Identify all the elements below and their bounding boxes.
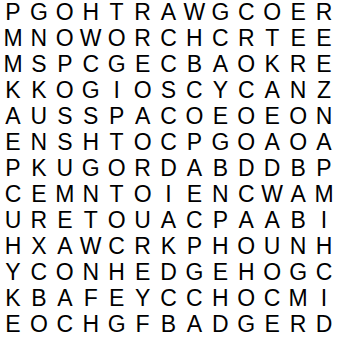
grid-cell-r3c5[interactable]: G (104, 52, 130, 78)
grid-cell-r6c10[interactable]: O (233, 130, 259, 156)
grid-cell-r1c6[interactable]: R (130, 0, 156, 26)
grid-cell-r2c7[interactable]: C (156, 26, 182, 52)
grid-cell-r4c13[interactable]: Z (311, 78, 337, 104)
grid-cell-r8c3[interactable]: M (52, 181, 78, 207)
grid-cell-r11c12[interactable]: G (285, 259, 311, 285)
grid-cell-r12c11[interactable]: C (259, 285, 285, 311)
grid-cell-r13c13[interactable]: D (311, 311, 337, 337)
grid-cell-r13c1[interactable]: E (0, 311, 26, 337)
grid-cell-r2c8[interactable]: H (181, 26, 207, 52)
grid-cell-r2c9[interactable]: C (207, 26, 233, 52)
grid-cell-r6c2[interactable]: N (26, 130, 52, 156)
grid-cell-r4c4[interactable]: G (78, 78, 104, 104)
grid-cell-r10c13[interactable]: H (311, 233, 337, 259)
grid-cell-r13c12[interactable]: R (285, 311, 311, 337)
grid-cell-r10c12[interactable]: N (285, 233, 311, 259)
grid-cell-r12c10[interactable]: O (233, 285, 259, 311)
grid-cell-r6c13[interactable]: A (311, 130, 337, 156)
grid-cell-r11c11[interactable]: O (259, 259, 285, 285)
grid-cell-r12c4[interactable]: F (78, 285, 104, 311)
grid-cell-r11c3[interactable]: O (52, 259, 78, 285)
grid-cell-r11c10[interactable]: H (233, 259, 259, 285)
grid-cell-r10c7[interactable]: K (156, 233, 182, 259)
grid-cell-r7c8[interactable]: A (181, 156, 207, 182)
grid-cell-r13c7[interactable]: B (156, 311, 182, 337)
grid-cell-r9c13[interactable]: I (311, 207, 337, 233)
grid-cell-r2c4[interactable]: W (78, 26, 104, 52)
grid-cell-r8c2[interactable]: E (26, 181, 52, 207)
grid-cell-r13c2[interactable]: O (26, 311, 52, 337)
word-search-grid: PGOHTRAWGCOERMNOWORCHCRTEEMSPCGECBAOKREK… (0, 0, 337, 337)
grid-cell-r13c4[interactable]: H (78, 311, 104, 337)
grid-cell-r9c2[interactable]: R (26, 207, 52, 233)
grid-cell-r13c8[interactable]: A (181, 311, 207, 337)
grid-cell-r5c12[interactable]: O (285, 104, 311, 130)
grid-cell-r12c5[interactable]: E (104, 285, 130, 311)
grid-cell-r1c11[interactable]: O (259, 0, 285, 26)
grid-cell-r13c6[interactable]: F (130, 311, 156, 337)
grid-cell-r1c4[interactable]: H (78, 0, 104, 26)
grid-cell-r9c5[interactable]: O (104, 207, 130, 233)
grid-cell-r4c11[interactable]: A (259, 78, 285, 104)
grid-cell-r6c11[interactable]: A (259, 130, 285, 156)
grid-cell-r7c4[interactable]: G (78, 156, 104, 182)
grid-cell-r9c7[interactable]: A (156, 207, 182, 233)
grid-cell-r6c4[interactable]: H (78, 130, 104, 156)
grid-cell-r2c10[interactable]: R (233, 26, 259, 52)
grid-cell-r13c3[interactable]: C (52, 311, 78, 337)
grid-cell-r6c9[interactable]: G (207, 130, 233, 156)
grid-cell-r13c9[interactable]: D (207, 311, 233, 337)
grid-cell-r3c3[interactable]: P (52, 52, 78, 78)
grid-cell-r5c10[interactable]: O (233, 104, 259, 130)
grid-cell-r11c6[interactable]: E (130, 259, 156, 285)
grid-cell-r9c9[interactable]: P (207, 207, 233, 233)
grid-cell-r8c11[interactable]: W (259, 181, 285, 207)
grid-cell-r7c5[interactable]: O (104, 156, 130, 182)
grid-cell-r3c11[interactable]: K (259, 52, 285, 78)
grid-cell-r1c7[interactable]: A (156, 0, 182, 26)
grid-cell-r7c1[interactable]: P (0, 156, 26, 182)
grid-cell-r11c9[interactable]: E (207, 259, 233, 285)
grid-cell-r11c5[interactable]: H (104, 259, 130, 285)
grid-cell-r11c1[interactable]: Y (0, 259, 26, 285)
grid-cell-r8c6[interactable]: O (130, 181, 156, 207)
grid-cell-r12c13[interactable]: I (311, 285, 337, 311)
grid-cell-r6c6[interactable]: O (130, 130, 156, 156)
grid-cell-r7c13[interactable]: P (311, 156, 337, 182)
grid-cell-r2c13[interactable]: E (311, 26, 337, 52)
grid-cell-r2c12[interactable]: E (285, 26, 311, 52)
grid-cell-r12c1[interactable]: K (0, 285, 26, 311)
grid-cell-r7c6[interactable]: R (130, 156, 156, 182)
grid-cell-r8c5[interactable]: T (104, 181, 130, 207)
grid-cell-r12c2[interactable]: B (26, 285, 52, 311)
grid-cell-r5c3[interactable]: S (52, 104, 78, 130)
grid-cell-r2c11[interactable]: T (259, 26, 285, 52)
grid-cell-r5c5[interactable]: P (104, 104, 130, 130)
grid-cell-r10c5[interactable]: C (104, 233, 130, 259)
grid-cell-r8c4[interactable]: N (78, 181, 104, 207)
grid-cell-r5c4[interactable]: S (78, 104, 104, 130)
grid-cell-r2c1[interactable]: M (0, 26, 26, 52)
grid-cell-r13c11[interactable]: E (259, 311, 285, 337)
grid-cell-r3c13[interactable]: E (311, 52, 337, 78)
grid-cell-r8c7[interactable]: I (156, 181, 182, 207)
grid-cell-r10c10[interactable]: O (233, 233, 259, 259)
grid-cell-r6c8[interactable]: P (181, 130, 207, 156)
grid-cell-r4c3[interactable]: O (52, 78, 78, 104)
grid-cell-r5c13[interactable]: N (311, 104, 337, 130)
grid-cell-r10c8[interactable]: P (181, 233, 207, 259)
grid-cell-r2c6[interactable]: R (130, 26, 156, 52)
grid-cell-r2c3[interactable]: O (52, 26, 78, 52)
grid-cell-r1c2[interactable]: G (26, 0, 52, 26)
grid-cell-r9c6[interactable]: U (130, 207, 156, 233)
grid-cell-r4c1[interactable]: K (0, 78, 26, 104)
grid-cell-r5c7[interactable]: C (156, 104, 182, 130)
grid-cell-r11c13[interactable]: C (311, 259, 337, 285)
grid-cell-r3c2[interactable]: S (26, 52, 52, 78)
grid-cell-r1c3[interactable]: O (52, 0, 78, 26)
grid-cell-r7c7[interactable]: D (156, 156, 182, 182)
grid-cell-r9c3[interactable]: E (52, 207, 78, 233)
grid-cell-r9c8[interactable]: C (181, 207, 207, 233)
grid-cell-r7c11[interactable]: D (259, 156, 285, 182)
grid-cell-r5c11[interactable]: E (259, 104, 285, 130)
grid-cell-r11c4[interactable]: N (78, 259, 104, 285)
grid-cell-r8c9[interactable]: N (207, 181, 233, 207)
grid-cell-r13c5[interactable]: G (104, 311, 130, 337)
grid-cell-r12c9[interactable]: H (207, 285, 233, 311)
grid-cell-r8c1[interactable]: C (0, 181, 26, 207)
grid-cell-r6c3[interactable]: S (52, 130, 78, 156)
grid-cell-r5c9[interactable]: E (207, 104, 233, 130)
grid-cell-r7c12[interactable]: B (285, 156, 311, 182)
grid-cell-r1c9[interactable]: G (207, 0, 233, 26)
grid-cell-r11c7[interactable]: D (156, 259, 182, 285)
grid-cell-r4c12[interactable]: N (285, 78, 311, 104)
grid-cell-r7c10[interactable]: D (233, 156, 259, 182)
grid-cell-r3c10[interactable]: O (233, 52, 259, 78)
grid-cell-r8c8[interactable]: E (181, 181, 207, 207)
grid-cell-r1c1[interactable]: P (0, 0, 26, 26)
grid-cell-r13c10[interactable]: G (233, 311, 259, 337)
grid-cell-r12c6[interactable]: Y (130, 285, 156, 311)
grid-cell-r8c13[interactable]: M (311, 181, 337, 207)
grid-cell-r4c6[interactable]: O (130, 78, 156, 104)
grid-cell-r6c12[interactable]: O (285, 130, 311, 156)
grid-cell-r3c6[interactable]: E (130, 52, 156, 78)
grid-cell-r5c6[interactable]: A (130, 104, 156, 130)
grid-cell-r9c4[interactable]: T (78, 207, 104, 233)
grid-cell-r9c12[interactable]: B (285, 207, 311, 233)
grid-cell-r4c2[interactable]: K (26, 78, 52, 104)
grid-cell-r1c8[interactable]: W (181, 0, 207, 26)
grid-cell-r12c12[interactable]: M (285, 285, 311, 311)
grid-cell-r5c1[interactable]: A (0, 104, 26, 130)
grid-cell-r3c9[interactable]: A (207, 52, 233, 78)
grid-cell-r10c3[interactable]: A (52, 233, 78, 259)
grid-cell-r5c8[interactable]: O (181, 104, 207, 130)
grid-cell-r11c2[interactable]: C (26, 259, 52, 285)
grid-cell-r10c2[interactable]: X (26, 233, 52, 259)
grid-cell-r6c7[interactable]: C (156, 130, 182, 156)
grid-cell-r9c1[interactable]: U (0, 207, 26, 233)
grid-cell-r10c11[interactable]: U (259, 233, 285, 259)
grid-cell-r1c10[interactable]: C (233, 0, 259, 26)
grid-cell-r4c8[interactable]: C (181, 78, 207, 104)
grid-cell-r7c9[interactable]: B (207, 156, 233, 182)
grid-cell-r12c3[interactable]: A (52, 285, 78, 311)
grid-cell-r2c5[interactable]: O (104, 26, 130, 52)
grid-cell-r3c1[interactable]: M (0, 52, 26, 78)
grid-cell-r1c5[interactable]: T (104, 0, 130, 26)
grid-cell-r11c8[interactable]: G (181, 259, 207, 285)
grid-cell-r7c2[interactable]: K (26, 156, 52, 182)
grid-cell-r3c8[interactable]: B (181, 52, 207, 78)
grid-cell-r6c1[interactable]: E (0, 130, 26, 156)
grid-cell-r8c12[interactable]: A (285, 181, 311, 207)
grid-cell-r4c10[interactable]: C (233, 78, 259, 104)
grid-cell-r4c5[interactable]: I (104, 78, 130, 104)
grid-cell-r10c6[interactable]: R (130, 233, 156, 259)
grid-cell-r2c2[interactable]: N (26, 26, 52, 52)
grid-cell-r3c7[interactable]: C (156, 52, 182, 78)
grid-cell-r6c5[interactable]: T (104, 130, 130, 156)
grid-cell-r9c10[interactable]: A (233, 207, 259, 233)
grid-cell-r3c4[interactable]: C (78, 52, 104, 78)
grid-cell-r5c2[interactable]: U (26, 104, 52, 130)
grid-cell-r4c7[interactable]: S (156, 78, 182, 104)
grid-cell-r12c8[interactable]: C (181, 285, 207, 311)
grid-cell-r9c11[interactable]: A (259, 207, 285, 233)
grid-cell-r10c1[interactable]: H (0, 233, 26, 259)
grid-cell-r4c9[interactable]: Y (207, 78, 233, 104)
grid-cell-r7c3[interactable]: U (52, 156, 78, 182)
grid-cell-r10c4[interactable]: W (78, 233, 104, 259)
grid-cell-r1c12[interactable]: E (285, 0, 311, 26)
grid-cell-r8c10[interactable]: C (233, 181, 259, 207)
grid-cell-r10c9[interactable]: H (207, 233, 233, 259)
grid-cell-r12c7[interactable]: C (156, 285, 182, 311)
grid-cell-r1c13[interactable]: R (311, 0, 337, 26)
grid-cell-r3c12[interactable]: R (285, 52, 311, 78)
